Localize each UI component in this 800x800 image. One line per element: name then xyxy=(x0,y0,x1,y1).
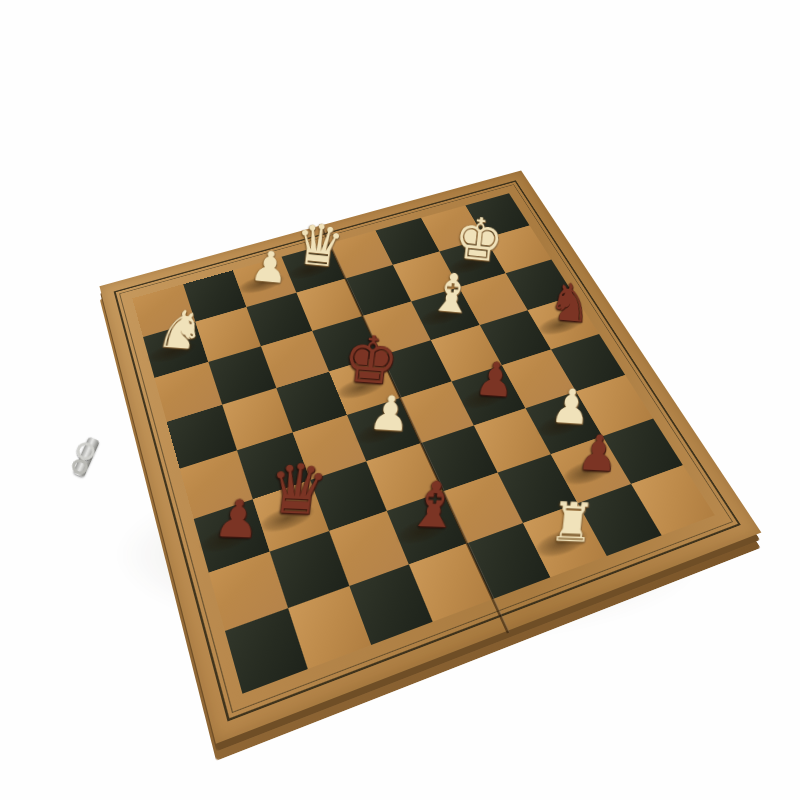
white-n-glyph: ♞ xyxy=(133,300,227,359)
board-frame: ♟♛♞♚♝♚♞♟♟♟♛♟♝♟♜ xyxy=(99,171,761,744)
black-b-glyph: ♝ xyxy=(383,472,484,539)
white-r-glyph: ♜ xyxy=(523,493,621,551)
perspective-scene: ♟♛♞♚♝♚♞♟♟♟♛♟♝♟♜ xyxy=(0,0,800,800)
square-a7[interactable]: ♞ xyxy=(143,322,208,378)
photo-stage: ♟♛♞♚♝♚♞♟♟♟♛♟♝♟♜ xyxy=(0,0,800,800)
chess-board: ♟♛♞♚♝♚♞♟♟♟♛♟♝♟♜ xyxy=(99,171,761,744)
